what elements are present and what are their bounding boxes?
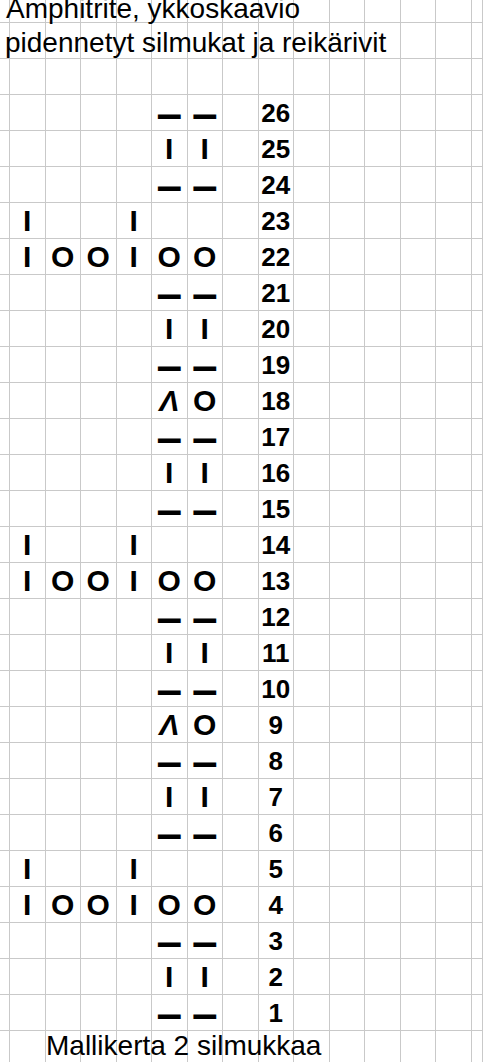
grid-cell [81, 491, 117, 527]
grid-cell [117, 707, 153, 743]
grid-cell [472, 167, 483, 203]
grid-cell [472, 95, 483, 131]
grid-cell [294, 851, 330, 887]
stitch-symbol-cell: I [10, 203, 46, 239]
row-number-cell: 13 [259, 563, 295, 599]
grid-cell [330, 779, 366, 815]
grid-cell [294, 95, 330, 131]
grid-cell [436, 419, 472, 455]
grid-cell [0, 419, 10, 455]
grid-cell [0, 959, 10, 995]
grid-cell [0, 1031, 10, 1062]
grid-cell [436, 131, 472, 167]
grid-cell [81, 635, 117, 671]
grid-cell [365, 455, 401, 491]
grid-cell [436, 635, 472, 671]
grid-cell [46, 95, 82, 131]
stitch-symbol-cell: – [152, 95, 188, 131]
grid-cell [294, 383, 330, 419]
grid-cell [436, 779, 472, 815]
grid-cell [46, 491, 82, 527]
grid-cell [223, 95, 259, 131]
grid-cell [330, 455, 366, 491]
grid-cell [10, 455, 46, 491]
row-number-cell: 15 [259, 491, 295, 527]
row-number-cell: 12 [259, 599, 295, 635]
grid-cell [365, 347, 401, 383]
grid-cell [365, 635, 401, 671]
grid-cell [81, 275, 117, 311]
pattern-repeat-note: Mallikerta 2 silmukkaa [46, 1032, 321, 1060]
grid-cell [10, 311, 46, 347]
grid-cell [330, 167, 366, 203]
grid-cell [46, 131, 82, 167]
grid-cell [0, 167, 10, 203]
grid-cell [117, 995, 153, 1031]
row-number-cell: 11 [259, 635, 295, 671]
grid-cell [46, 311, 82, 347]
grid-cell [472, 923, 483, 959]
grid-cell [81, 95, 117, 131]
grid-cell [436, 455, 472, 491]
grid-cell [436, 671, 472, 707]
grid-cell [472, 959, 483, 995]
grid-cell [294, 59, 330, 95]
grid-cell [10, 59, 46, 95]
stitch-symbol-cell: I [10, 851, 46, 887]
grid-cell [294, 599, 330, 635]
grid-cell [365, 707, 401, 743]
grid-cell [472, 239, 483, 275]
grid-cell [330, 887, 366, 923]
grid-cell [365, 887, 401, 923]
grid-cell [46, 527, 82, 563]
stitch-symbol-cell: – [188, 671, 224, 707]
grid-cell [472, 491, 483, 527]
row-number-cell: 16 [259, 455, 295, 491]
grid-cell [472, 311, 483, 347]
grid-cell [117, 383, 153, 419]
grid-cell [436, 239, 472, 275]
grid-cell [294, 203, 330, 239]
row-number-cell: 6 [259, 815, 295, 851]
stitch-symbol-cell: – [188, 599, 224, 635]
stitch-symbol-cell: I [10, 563, 46, 599]
grid-cell [401, 347, 437, 383]
stitch-symbol-cell: – [152, 275, 188, 311]
grid-cell [81, 455, 117, 491]
grid-cell [117, 131, 153, 167]
grid-cell [365, 743, 401, 779]
grid-cell [294, 491, 330, 527]
grid-cell [330, 995, 366, 1031]
stitch-symbol-cell: – [152, 167, 188, 203]
grid-cell [330, 851, 366, 887]
chart-grid: ––26II25––24II23IOOIOO22––21II20––19ΛO18… [0, 0, 483, 1062]
grid-cell [401, 311, 437, 347]
grid-cell [472, 0, 483, 23]
grid-cell [401, 275, 437, 311]
grid-cell [46, 779, 82, 815]
grid-cell [365, 851, 401, 887]
grid-cell [10, 815, 46, 851]
grid-cell [401, 455, 437, 491]
grid-cell [81, 131, 117, 167]
grid-cell [223, 743, 259, 779]
grid-cell [365, 95, 401, 131]
grid-cell [365, 275, 401, 311]
grid-cell [81, 167, 117, 203]
grid-cell [330, 707, 366, 743]
grid-cell [436, 383, 472, 419]
grid-cell [294, 743, 330, 779]
grid-cell [0, 59, 10, 95]
row-number-cell: 1 [259, 995, 295, 1031]
grid-cell [472, 995, 483, 1031]
grid-cell [436, 311, 472, 347]
grid-cell [81, 995, 117, 1031]
grid-cell [401, 671, 437, 707]
grid-cell [436, 599, 472, 635]
grid-cell [401, 239, 437, 275]
stitch-symbol-cell: I [117, 527, 153, 563]
row-number-cell: 5 [259, 851, 295, 887]
grid-cell [401, 95, 437, 131]
grid-cell [10, 275, 46, 311]
knitting-chart-screen: ––26II25––24II23IOOIOO22––21II20––19ΛO18… [0, 0, 483, 1062]
grid-cell [436, 527, 472, 563]
grid-cell [81, 671, 117, 707]
row-number-cell: 18 [259, 383, 295, 419]
grid-cell [188, 851, 224, 887]
grid-cell [259, 59, 295, 95]
grid-cell [10, 1031, 46, 1062]
grid-cell [223, 131, 259, 167]
grid-cell [294, 707, 330, 743]
grid-cell [330, 743, 366, 779]
grid-cell [223, 383, 259, 419]
grid-cell [436, 995, 472, 1031]
grid-cell [117, 599, 153, 635]
grid-cell [10, 599, 46, 635]
grid-cell [81, 383, 117, 419]
grid-cell [436, 23, 472, 59]
grid-cell [401, 23, 437, 59]
stitch-symbol-cell: – [188, 491, 224, 527]
row-number-cell: 14 [259, 527, 295, 563]
grid-cell [472, 1031, 483, 1062]
grid-cell [81, 707, 117, 743]
grid-cell [294, 959, 330, 995]
grid-cell [294, 167, 330, 203]
grid-cell [330, 275, 366, 311]
grid-cell [0, 239, 10, 275]
grid-cell [472, 851, 483, 887]
grid-cell [401, 923, 437, 959]
grid-cell [10, 419, 46, 455]
grid-cell [0, 743, 10, 779]
row-number-cell: 7 [259, 779, 295, 815]
row-number-cell: 3 [259, 923, 295, 959]
grid-cell [81, 779, 117, 815]
grid-cell [401, 0, 437, 23]
grid-cell [294, 923, 330, 959]
grid-cell [0, 203, 10, 239]
chart-title-line2: pidennetyt silmukat ja reikärivit [5, 29, 386, 57]
grid-cell [472, 347, 483, 383]
grid-cell [10, 635, 46, 671]
grid-cell [330, 131, 366, 167]
grid-cell [223, 923, 259, 959]
grid-cell [46, 995, 82, 1031]
stitch-symbol-cell: – [152, 671, 188, 707]
grid-cell [223, 599, 259, 635]
grid-cell [401, 59, 437, 95]
stitch-symbol-cell: I [117, 887, 153, 923]
stitch-symbol-cell: I [10, 527, 46, 563]
stitch-symbol-cell: – [152, 347, 188, 383]
grid-cell [223, 347, 259, 383]
grid-cell [46, 707, 82, 743]
grid-cell [472, 671, 483, 707]
grid-cell [46, 347, 82, 383]
row-number-cell: 21 [259, 275, 295, 311]
grid-cell [294, 311, 330, 347]
grid-cell [0, 491, 10, 527]
grid-cell [223, 635, 259, 671]
grid-cell [401, 131, 437, 167]
grid-cell [117, 635, 153, 671]
grid-cell [294, 131, 330, 167]
grid-cell [0, 527, 10, 563]
grid-cell [472, 599, 483, 635]
grid-cell [117, 779, 153, 815]
grid-cell [365, 671, 401, 707]
grid-cell [472, 59, 483, 95]
stitch-symbol-cell: – [152, 743, 188, 779]
grid-cell [436, 95, 472, 131]
grid-cell [81, 311, 117, 347]
grid-cell [401, 743, 437, 779]
grid-cell [436, 0, 472, 23]
grid-cell [472, 275, 483, 311]
grid-cell [330, 923, 366, 959]
grid-cell [223, 959, 259, 995]
grid-cell [330, 635, 366, 671]
stitch-symbol-cell: I [117, 203, 153, 239]
grid-cell [401, 203, 437, 239]
grid-cell [10, 383, 46, 419]
grid-cell [365, 923, 401, 959]
row-number-cell: 2 [259, 959, 295, 995]
grid-cell [223, 563, 259, 599]
grid-cell [436, 491, 472, 527]
grid-cell [294, 815, 330, 851]
stitch-symbol-cell: – [152, 491, 188, 527]
grid-cell [330, 203, 366, 239]
grid-cell [401, 887, 437, 923]
grid-cell [223, 527, 259, 563]
grid-cell [81, 203, 117, 239]
grid-cell [365, 815, 401, 851]
grid-cell [81, 743, 117, 779]
grid-cell [365, 995, 401, 1031]
grid-cell [365, 959, 401, 995]
grid-cell [46, 167, 82, 203]
grid-cell [117, 167, 153, 203]
grid-cell [401, 635, 437, 671]
stitch-symbol-cell: I [117, 563, 153, 599]
grid-cell [294, 635, 330, 671]
grid-cell [10, 923, 46, 959]
row-number-cell: 22 [259, 239, 295, 275]
grid-cell [10, 491, 46, 527]
grid-cell [436, 743, 472, 779]
grid-cell [223, 779, 259, 815]
grid-cell [472, 383, 483, 419]
grid-cell [365, 131, 401, 167]
grid-cell [294, 995, 330, 1031]
grid-cell [330, 815, 366, 851]
grid-cell [0, 95, 10, 131]
grid-cell [0, 815, 10, 851]
stitch-symbol-cell: – [188, 923, 224, 959]
grid-cell [117, 491, 153, 527]
stitch-symbol-cell: – [188, 419, 224, 455]
grid-cell [472, 887, 483, 923]
stitch-symbol-cell: O [46, 563, 82, 599]
grid-cell [0, 995, 10, 1031]
grid-cell [81, 419, 117, 455]
grid-cell [0, 779, 10, 815]
grid-cell [401, 707, 437, 743]
row-number-cell: 8 [259, 743, 295, 779]
grid-cell [10, 347, 46, 383]
grid-cell [223, 887, 259, 923]
grid-cell [188, 203, 224, 239]
grid-cell [401, 815, 437, 851]
stitch-symbol-cell: – [152, 599, 188, 635]
grid-cell [10, 671, 46, 707]
row-number-cell: 19 [259, 347, 295, 383]
stitch-symbol-cell: O [81, 563, 117, 599]
grid-cell [436, 959, 472, 995]
stitch-symbol-cell: I [117, 851, 153, 887]
grid-cell [223, 203, 259, 239]
grid-cell [436, 815, 472, 851]
grid-cell [223, 239, 259, 275]
grid-cell [436, 563, 472, 599]
grid-cell [223, 707, 259, 743]
grid-cell [152, 851, 188, 887]
row-number-cell: 25 [259, 131, 295, 167]
grid-cell [330, 1031, 366, 1062]
grid-cell [330, 599, 366, 635]
grid-cell [365, 527, 401, 563]
grid-cell [365, 0, 401, 23]
grid-cell [330, 527, 366, 563]
grid-cell [294, 347, 330, 383]
stitch-symbol-cell: – [152, 815, 188, 851]
grid-cell [117, 455, 153, 491]
grid-cell [436, 887, 472, 923]
row-number-cell: 17 [259, 419, 295, 455]
grid-cell [117, 815, 153, 851]
grid-cell [436, 923, 472, 959]
grid-cell [330, 419, 366, 455]
grid-cell [401, 383, 437, 419]
grid-cell [81, 815, 117, 851]
stitch-symbol-cell: O [81, 239, 117, 275]
grid-cell [330, 563, 366, 599]
grid-cell [436, 275, 472, 311]
grid-cell [10, 707, 46, 743]
grid-cell [223, 275, 259, 311]
grid-cell [117, 95, 153, 131]
grid-cell [0, 923, 10, 959]
grid-cell [365, 383, 401, 419]
stitch-symbol-cell: O [46, 239, 82, 275]
grid-cell [81, 347, 117, 383]
grid-cell [401, 959, 437, 995]
grid-cell [152, 203, 188, 239]
grid-cell [46, 923, 82, 959]
grid-cell [365, 239, 401, 275]
stitch-symbol-cell: I [10, 887, 46, 923]
grid-cell [0, 599, 10, 635]
chart-title-line1: Amphitrite, ykkoskaavio [6, 0, 300, 23]
grid-cell [0, 635, 10, 671]
grid-cell [365, 599, 401, 635]
grid-cell [117, 743, 153, 779]
grid-cell [401, 779, 437, 815]
grid-cell [0, 851, 10, 887]
grid-cell [0, 275, 10, 311]
grid-cell [10, 743, 46, 779]
stitch-symbol-cell: – [152, 923, 188, 959]
grid-cell [10, 779, 46, 815]
grid-cell [330, 671, 366, 707]
grid-cell [365, 1031, 401, 1062]
grid-cell [436, 59, 472, 95]
grid-cell [10, 995, 46, 1031]
stitch-symbol-cell: – [188, 995, 224, 1031]
grid-cell [401, 1031, 437, 1062]
grid-cell [436, 851, 472, 887]
grid-cell [223, 491, 259, 527]
grid-cell [81, 59, 117, 95]
grid-cell [294, 275, 330, 311]
grid-cell [46, 851, 82, 887]
grid-cell [294, 671, 330, 707]
grid-cell [294, 527, 330, 563]
stitch-symbol-cell: O [81, 887, 117, 923]
grid-cell [223, 311, 259, 347]
grid-cell [330, 311, 366, 347]
grid-cell [472, 455, 483, 491]
grid-cell [365, 779, 401, 815]
row-number-cell: 26 [259, 95, 295, 131]
grid-cell [330, 383, 366, 419]
grid-cell [365, 59, 401, 95]
grid-cell [365, 563, 401, 599]
grid-cell [330, 491, 366, 527]
grid-cell [223, 851, 259, 887]
row-number-cell: 23 [259, 203, 295, 239]
grid-cell [472, 779, 483, 815]
grid-cell [365, 419, 401, 455]
stitch-symbol-cell: – [152, 419, 188, 455]
